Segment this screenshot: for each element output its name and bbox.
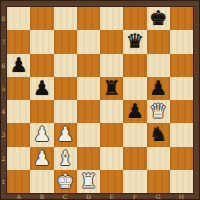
square-f3[interactable] <box>123 123 146 146</box>
square-a8[interactable] <box>7 7 30 30</box>
square-e7[interactable] <box>100 30 123 53</box>
white-king-piece[interactable]: ♚ <box>56 170 74 193</box>
file-labels: ABCDEFGH <box>7 193 193 200</box>
file-label-e: E <box>100 193 123 200</box>
square-e5[interactable]: ♜ <box>100 77 123 100</box>
square-d4[interactable] <box>77 100 100 123</box>
black-pawn-piece[interactable]: ♟ <box>149 77 167 100</box>
file-label-b: B <box>30 193 53 200</box>
square-d7[interactable] <box>77 30 100 53</box>
file-label-d: D <box>77 193 100 200</box>
square-d5[interactable] <box>77 77 100 100</box>
square-b3[interactable]: ♟ <box>30 123 53 146</box>
square-e4[interactable] <box>100 100 123 123</box>
square-d6[interactable] <box>77 54 100 77</box>
square-d3[interactable] <box>77 123 100 146</box>
rank-label-4: 4 <box>0 100 7 123</box>
square-b6[interactable] <box>30 54 53 77</box>
rank-label-7: 7 <box>0 30 7 53</box>
black-pawn-piece[interactable]: ♟ <box>33 77 51 100</box>
square-b7[interactable] <box>30 30 53 53</box>
black-queen-piece[interactable]: ♛ <box>126 30 144 53</box>
square-g1[interactable] <box>147 170 170 193</box>
white-bishop-piece[interactable]: ♝ <box>56 147 74 170</box>
square-b4[interactable] <box>30 100 53 123</box>
square-d1[interactable]: ♜ <box>77 170 100 193</box>
square-c4[interactable] <box>54 100 77 123</box>
square-b8[interactable] <box>30 7 53 30</box>
rank-label-8: 8 <box>0 7 7 30</box>
file-label-g: G <box>147 193 170 200</box>
square-e2[interactable] <box>100 147 123 170</box>
square-e1[interactable] <box>100 170 123 193</box>
white-pawn-piece[interactable]: ♟ <box>33 147 51 170</box>
square-e8[interactable] <box>100 7 123 30</box>
square-a6[interactable]: ♟ <box>7 54 30 77</box>
square-a5[interactable] <box>7 77 30 100</box>
square-f7[interactable]: ♛ <box>123 30 146 53</box>
square-h7[interactable] <box>170 30 193 53</box>
square-g8[interactable]: ♚ <box>147 7 170 30</box>
file-label-f: F <box>123 193 146 200</box>
square-g6[interactable] <box>147 54 170 77</box>
square-a4[interactable] <box>7 100 30 123</box>
square-c7[interactable] <box>54 30 77 53</box>
square-h1[interactable] <box>170 170 193 193</box>
square-g7[interactable] <box>147 30 170 53</box>
square-f6[interactable] <box>123 54 146 77</box>
square-c5[interactable] <box>54 77 77 100</box>
black-pawn-piece[interactable]: ♟ <box>126 100 144 123</box>
square-h5[interactable] <box>170 77 193 100</box>
square-d8[interactable] <box>77 7 100 30</box>
square-g4[interactable]: ♛ <box>147 100 170 123</box>
square-a7[interactable] <box>7 30 30 53</box>
square-a1[interactable] <box>7 170 30 193</box>
square-d2[interactable] <box>77 147 100 170</box>
square-c3[interactable]: ♟ <box>54 123 77 146</box>
rank-labels: 87654321 <box>0 7 7 193</box>
square-e3[interactable] <box>100 123 123 146</box>
black-king-piece[interactable]: ♚ <box>149 7 167 30</box>
file-label-a: A <box>7 193 30 200</box>
square-b1[interactable] <box>30 170 53 193</box>
square-f1[interactable] <box>123 170 146 193</box>
square-a2[interactable] <box>7 147 30 170</box>
white-rook-piece[interactable]: ♜ <box>79 170 97 193</box>
square-h6[interactable] <box>170 54 193 77</box>
square-g3[interactable]: ♞ <box>147 123 170 146</box>
black-pawn-piece[interactable]: ♟ <box>10 54 28 77</box>
rank-label-2: 2 <box>0 147 7 170</box>
square-f8[interactable] <box>123 7 146 30</box>
chess-diagram: 87654321 ABCDEFGH ♚♛♟♟♜♟♟♛♟♟♞♟♝♚♜ <box>0 0 200 200</box>
square-b5[interactable]: ♟ <box>30 77 53 100</box>
square-a3[interactable] <box>7 123 30 146</box>
white-queen-piece[interactable]: ♛ <box>149 100 167 123</box>
black-rook-piece[interactable]: ♜ <box>103 77 121 100</box>
square-h8[interactable] <box>170 7 193 30</box>
square-f5[interactable] <box>123 77 146 100</box>
file-label-c: C <box>54 193 77 200</box>
square-c2[interactable]: ♝ <box>54 147 77 170</box>
square-c1[interactable]: ♚ <box>54 170 77 193</box>
square-f2[interactable] <box>123 147 146 170</box>
rank-label-6: 6 <box>0 54 7 77</box>
square-h3[interactable] <box>170 123 193 146</box>
square-c8[interactable] <box>54 7 77 30</box>
file-label-h: H <box>170 193 193 200</box>
square-c6[interactable] <box>54 54 77 77</box>
black-knight-piece[interactable]: ♞ <box>149 123 167 146</box>
rank-label-3: 3 <box>0 123 7 146</box>
square-f4[interactable]: ♟ <box>123 100 146 123</box>
square-g2[interactable] <box>147 147 170 170</box>
white-pawn-piece[interactable]: ♟ <box>56 123 74 146</box>
white-pawn-piece[interactable]: ♟ <box>33 123 51 146</box>
chess-board[interactable]: ♚♛♟♟♜♟♟♛♟♟♞♟♝♚♜ <box>7 7 193 193</box>
square-h4[interactable] <box>170 100 193 123</box>
square-h2[interactable] <box>170 147 193 170</box>
square-b2[interactable]: ♟ <box>30 147 53 170</box>
rank-label-5: 5 <box>0 77 7 100</box>
square-e6[interactable] <box>100 54 123 77</box>
square-g5[interactable]: ♟ <box>147 77 170 100</box>
rank-label-1: 1 <box>0 170 7 193</box>
